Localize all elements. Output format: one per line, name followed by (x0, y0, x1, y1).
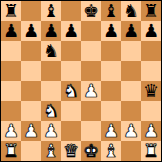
square-d6[interactable] (61, 41, 81, 61)
square-g7[interactable]: ♟ (121, 21, 141, 41)
square-c4[interactable] (41, 81, 61, 101)
black-pawn[interactable]: ♟ (21, 21, 41, 41)
white-pawn[interactable]: ♟ (81, 81, 101, 101)
square-c3[interactable]: ♞ (41, 101, 61, 121)
black-bishop[interactable]: ♝ (41, 1, 61, 21)
white-pawn[interactable]: ♟ (121, 121, 141, 141)
square-d2[interactable] (61, 121, 81, 141)
black-pawn[interactable]: ♟ (141, 21, 161, 41)
square-d5[interactable] (61, 61, 81, 81)
square-b2[interactable]: ♟ (21, 121, 41, 141)
black-knight[interactable]: ♞ (121, 1, 141, 21)
square-g2[interactable]: ♟ (121, 121, 141, 141)
square-b8[interactable] (21, 1, 41, 21)
square-f5[interactable] (101, 61, 121, 81)
square-c8[interactable]: ♝ (41, 1, 61, 21)
white-knight[interactable]: ♞ (61, 81, 81, 101)
square-b5[interactable] (21, 61, 41, 81)
square-g5[interactable] (121, 61, 141, 81)
black-pawn[interactable]: ♟ (41, 21, 61, 41)
square-a7[interactable]: ♟ (1, 21, 21, 41)
square-f2[interactable]: ♟ (101, 121, 121, 141)
square-a8[interactable]: ♜ (1, 1, 21, 21)
square-e4[interactable]: ♟ (81, 81, 101, 101)
square-e8[interactable]: ♚ (81, 1, 101, 21)
square-e2[interactable] (81, 121, 101, 141)
square-a5[interactable] (1, 61, 21, 81)
square-b1[interactable] (21, 141, 41, 161)
white-bishop[interactable]: ♝ (41, 141, 61, 161)
square-h7[interactable]: ♟ (141, 21, 161, 41)
square-g1[interactable] (121, 141, 141, 161)
square-b3[interactable] (21, 101, 41, 121)
square-h8[interactable]: ♜ (141, 1, 161, 21)
square-c6[interactable]: ♞ (41, 41, 61, 61)
square-f3[interactable] (101, 101, 121, 121)
black-king[interactable]: ♚ (81, 1, 101, 21)
square-d4[interactable]: ♞ (61, 81, 81, 101)
square-h3[interactable] (141, 101, 161, 121)
square-e5[interactable] (81, 61, 101, 81)
square-e7[interactable] (81, 21, 101, 41)
square-f4[interactable] (101, 81, 121, 101)
white-queen[interactable]: ♛ (61, 141, 81, 161)
white-rook[interactable]: ♜ (1, 141, 21, 161)
square-g3[interactable] (121, 101, 141, 121)
square-e6[interactable] (81, 41, 101, 61)
white-pawn[interactable]: ♟ (1, 121, 21, 141)
square-c1[interactable]: ♝ (41, 141, 61, 161)
white-pawn[interactable]: ♟ (21, 121, 41, 141)
black-rook[interactable]: ♜ (1, 1, 21, 21)
square-a1[interactable]: ♜ (1, 141, 21, 161)
white-knight[interactable]: ♞ (41, 101, 61, 121)
square-g8[interactable]: ♞ (121, 1, 141, 21)
black-pawn[interactable]: ♟ (121, 21, 141, 41)
white-pawn[interactable]: ♟ (141, 121, 161, 141)
square-g6[interactable] (121, 41, 141, 61)
square-c5[interactable] (41, 61, 61, 81)
square-h1[interactable]: ♜ (141, 141, 161, 161)
square-a6[interactable] (1, 41, 21, 61)
square-g4[interactable] (121, 81, 141, 101)
square-f8[interactable]: ♝ (101, 1, 121, 21)
square-h6[interactable] (141, 41, 161, 61)
square-f1[interactable]: ♝ (101, 141, 121, 161)
black-rook[interactable]: ♜ (141, 1, 161, 21)
square-b7[interactable]: ♟ (21, 21, 41, 41)
chess-board: ♜♝♚♝♞♜♟♟♟♟♟♟♟♞♞♟♛♞♟♟♟♟♟♟♜♝♛♚♝♜ (1, 1, 161, 161)
square-c2[interactable]: ♟ (41, 121, 61, 141)
white-rook[interactable]: ♜ (141, 141, 161, 161)
square-f6[interactable] (101, 41, 121, 61)
square-h2[interactable]: ♟ (141, 121, 161, 141)
square-a2[interactable]: ♟ (1, 121, 21, 141)
white-pawn[interactable]: ♟ (101, 121, 121, 141)
square-b4[interactable] (21, 81, 41, 101)
black-pawn[interactable]: ♟ (61, 21, 81, 41)
square-e3[interactable] (81, 101, 101, 121)
black-knight[interactable]: ♞ (41, 41, 61, 61)
white-bishop[interactable]: ♝ (101, 141, 121, 161)
square-d1[interactable]: ♛ (61, 141, 81, 161)
white-pawn[interactable]: ♟ (41, 121, 61, 141)
square-c7[interactable]: ♟ (41, 21, 61, 41)
square-b6[interactable] (21, 41, 41, 61)
square-a3[interactable] (1, 101, 21, 121)
square-f7[interactable]: ♟ (101, 21, 121, 41)
square-h5[interactable] (141, 61, 161, 81)
square-d7[interactable]: ♟ (61, 21, 81, 41)
black-pawn[interactable]: ♟ (101, 21, 121, 41)
square-d3[interactable] (61, 101, 81, 121)
square-e1[interactable]: ♚ (81, 141, 101, 161)
chess-board-frame: ♜♝♚♝♞♜♟♟♟♟♟♟♟♞♞♟♛♞♟♟♟♟♟♟♜♝♛♚♝♜ (0, 0, 162, 162)
white-king[interactable]: ♚ (81, 141, 101, 161)
black-pawn[interactable]: ♟ (1, 21, 21, 41)
square-d8[interactable] (61, 1, 81, 21)
square-h4[interactable]: ♛ (141, 81, 161, 101)
square-a4[interactable] (1, 81, 21, 101)
black-queen[interactable]: ♛ (141, 81, 161, 101)
black-bishop[interactable]: ♝ (101, 1, 121, 21)
